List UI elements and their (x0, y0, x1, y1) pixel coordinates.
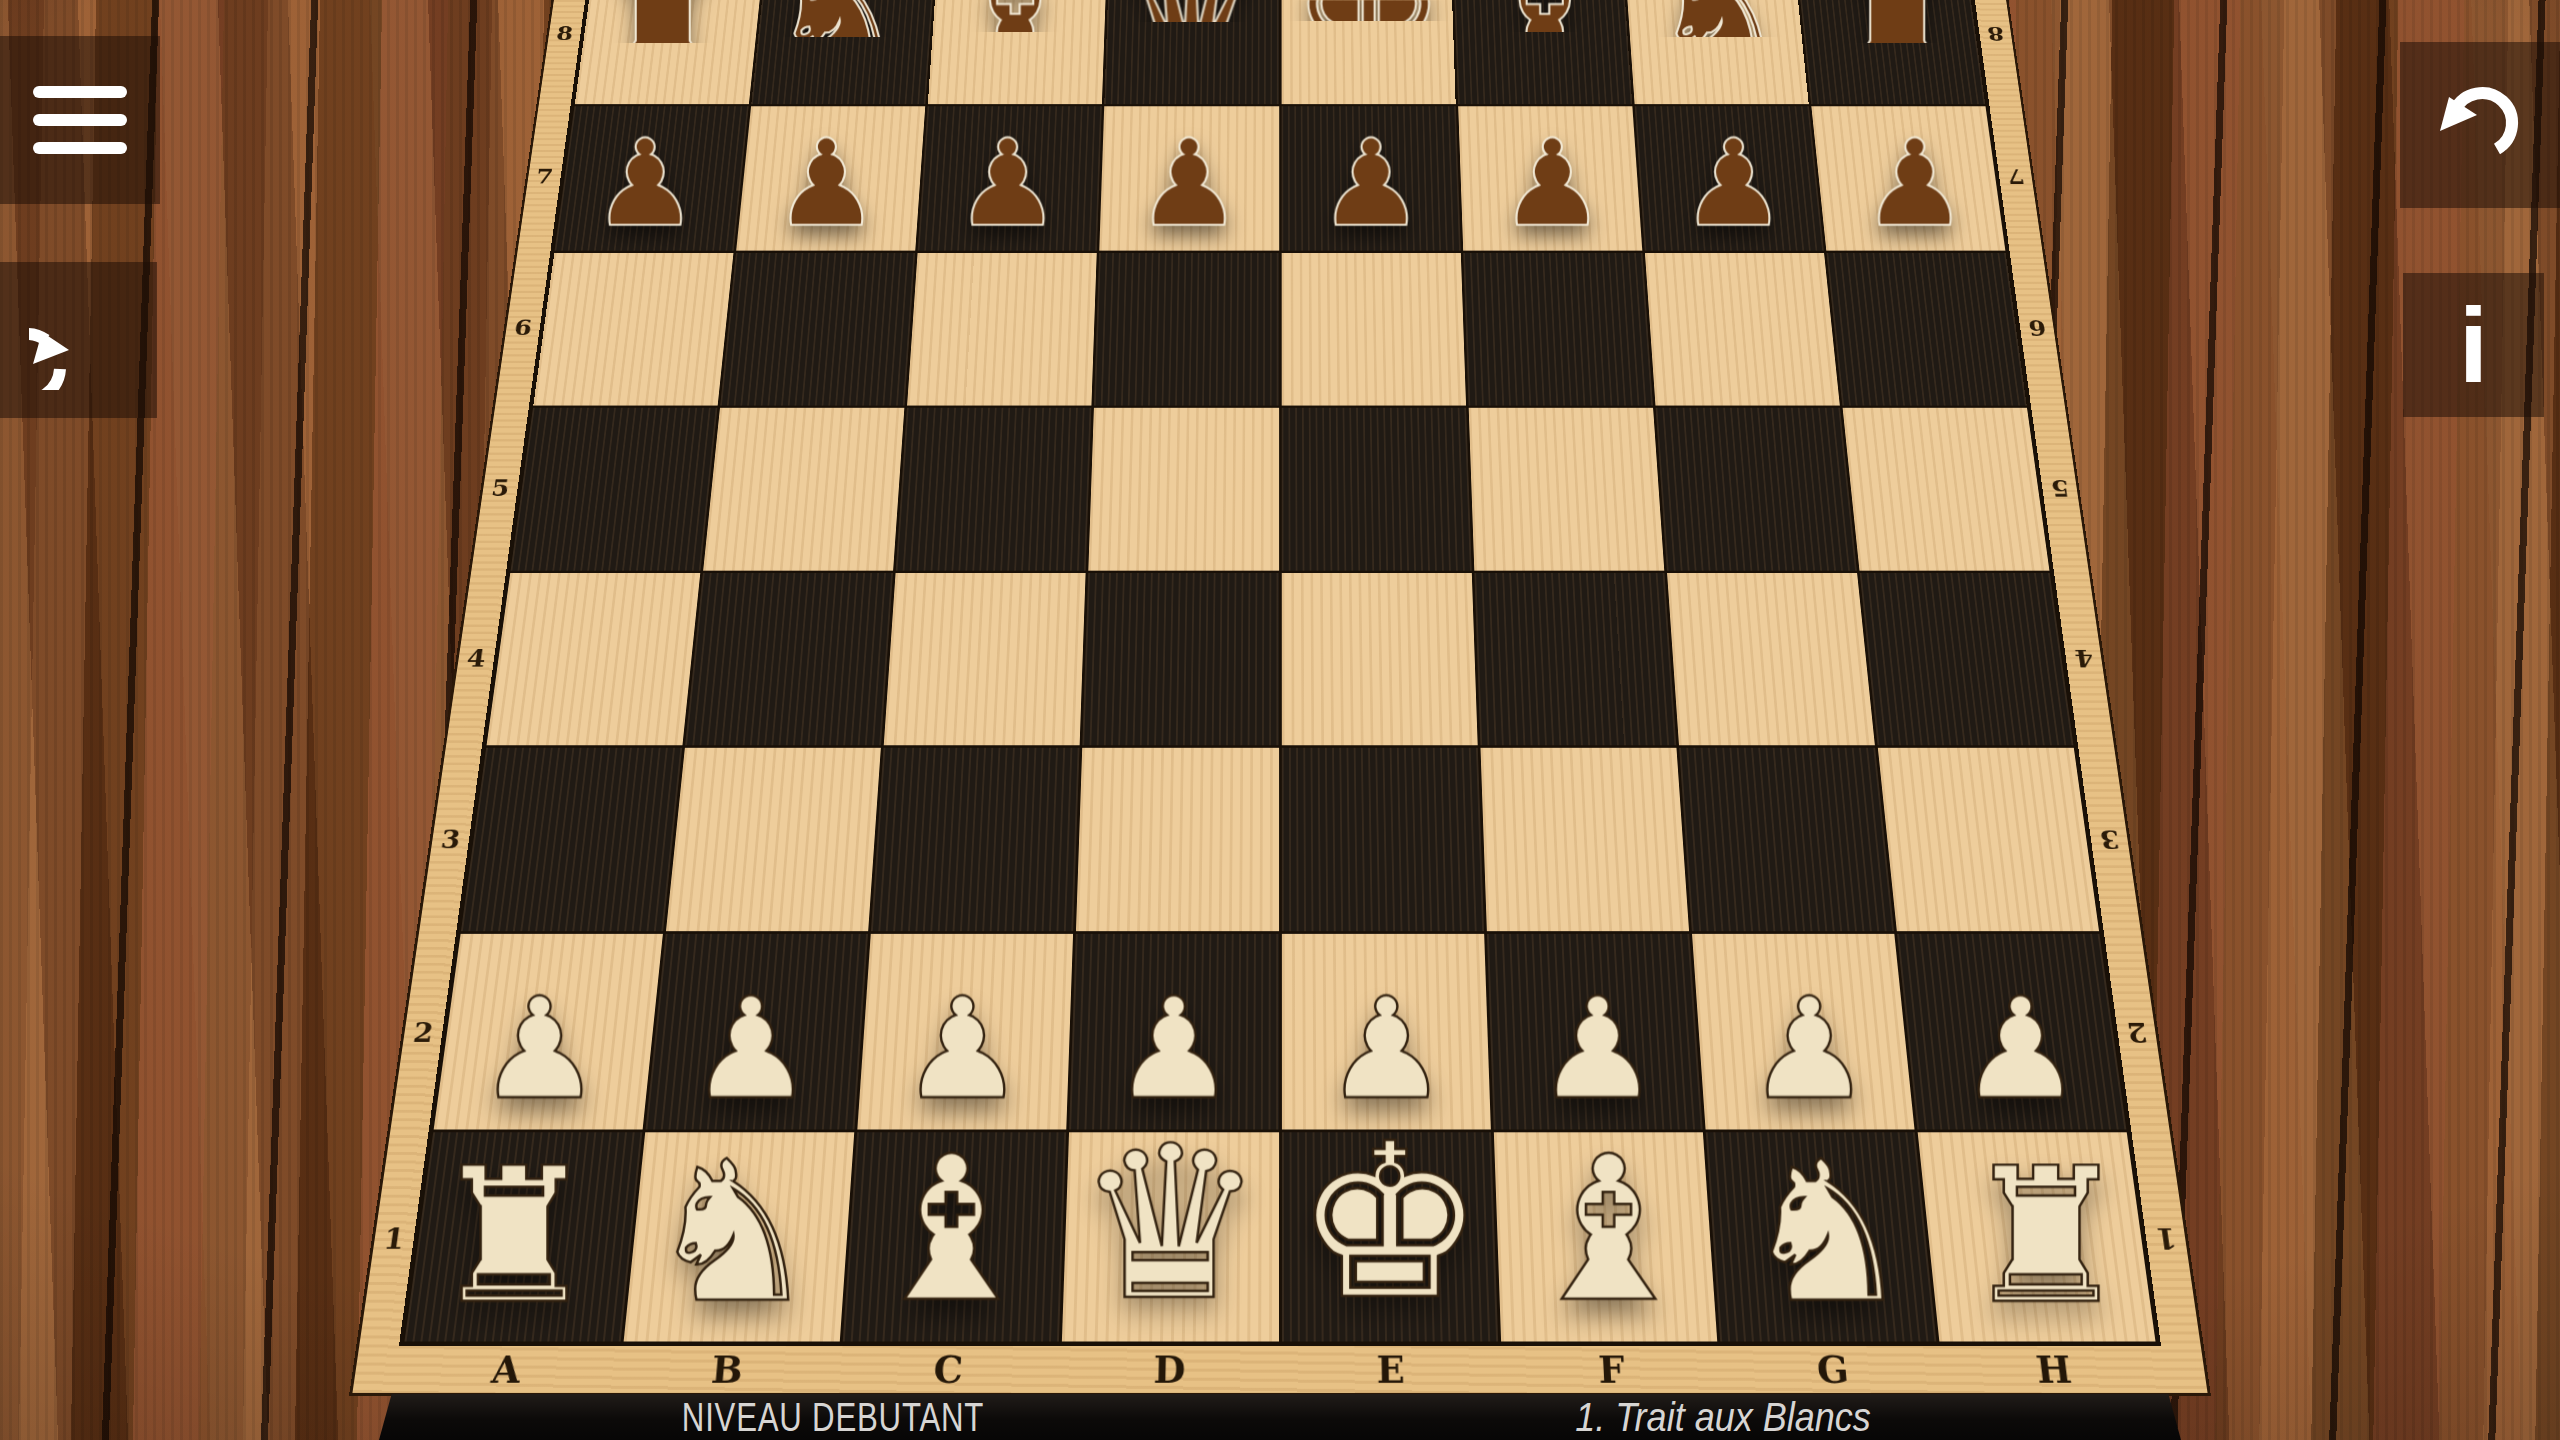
hamburger-menu-icon (33, 86, 127, 98)
piece-white-rook-h1[interactable]: ♜ (1938, 1143, 2154, 1329)
piece-white-pawn-c2[interactable]: ♟ (858, 978, 1067, 1118)
square-f1[interactable]: ♝ (1493, 1132, 1717, 1341)
turn-indicator: 1. Trait aux Blancs (1576, 1395, 1871, 1440)
square-c5[interactable] (896, 408, 1092, 570)
square-f5[interactable] (1468, 408, 1664, 570)
menu-button[interactable] (0, 36, 160, 204)
rank-label-left-5: 5 (490, 475, 512, 501)
piece-black-bishop-c8[interactable]: ♝ (929, 0, 1103, 97)
square-e3[interactable] (1281, 747, 1483, 931)
piece-black-knight-b8[interactable]: ♞ (752, 0, 926, 97)
square-g6[interactable] (1645, 253, 1840, 406)
info-button[interactable]: i (2403, 273, 2544, 417)
info-icon: i (2459, 292, 2488, 398)
chess-board: 87654321 ♜♞♝♛♚♝♞♜♟♟♟♟♟♟♟♟♟♟♟♟♟♟♟♟♜♞♝♛♚♝♞… (349, 0, 2211, 1396)
square-d1[interactable]: ♛ (1062, 1132, 1278, 1341)
piece-black-pawn-b7[interactable]: ♟ (737, 123, 916, 243)
square-h3[interactable] (1878, 747, 2099, 931)
square-a8[interactable]: ♜ (575, 0, 763, 104)
square-d4[interactable] (1083, 573, 1279, 745)
square-h6[interactable] (1826, 253, 2026, 406)
rotate-board-button[interactable] (0, 262, 157, 418)
piece-white-knight-b1[interactable]: ♞ (625, 1136, 841, 1330)
square-h2[interactable]: ♟ (1897, 934, 2126, 1130)
square-e8[interactable]: ♚ (1281, 0, 1455, 104)
rank-label-left-7: 7 (535, 164, 555, 187)
square-c3[interactable] (871, 747, 1080, 931)
rank-label-right-8: 8 (1985, 22, 2005, 44)
square-b6[interactable] (720, 253, 915, 406)
square-f8[interactable]: ♝ (1453, 0, 1632, 104)
square-c7[interactable]: ♟ (918, 106, 1102, 250)
square-e4[interactable] (1281, 573, 1477, 745)
square-e2[interactable]: ♟ (1281, 934, 1490, 1130)
square-a1[interactable]: ♜ (405, 1132, 643, 1341)
piece-black-queen-d8[interactable]: ♛ (1105, 0, 1279, 97)
piece-white-pawn-f2[interactable]: ♟ (1493, 978, 1702, 1118)
square-b4[interactable] (685, 573, 893, 745)
file-label-h: H (2034, 1347, 2074, 1391)
file-label-c: C (932, 1347, 964, 1391)
rank-label-right-4: 4 (2072, 644, 2094, 672)
rank-label-right-2: 2 (2124, 1016, 2148, 1048)
piece-white-bishop-f1[interactable]: ♝ (1500, 1130, 1716, 1330)
rank-label-left-8: 8 (555, 22, 575, 44)
rank-label-left-3: 3 (439, 824, 462, 854)
piece-black-pawn-h7[interactable]: ♟ (1825, 123, 2004, 243)
square-f6[interactable] (1463, 253, 1653, 406)
file-label-a: A (489, 1347, 523, 1391)
piece-black-rook-h8[interactable]: ♜ (1810, 0, 1984, 97)
rank-label-left-1: 1 (382, 1221, 407, 1255)
square-f2[interactable]: ♟ (1487, 934, 1703, 1130)
app-root: 87654321 ♜♞♝♛♚♝♞♜♟♟♟♟♟♟♟♟♟♟♟♟♟♟♟♟♜♞♝♛♚♝♞… (0, 0, 2560, 1440)
square-b3[interactable] (666, 747, 881, 931)
square-b2[interactable]: ♟ (646, 934, 869, 1130)
rank-label-right-5: 5 (2049, 475, 2071, 501)
piece-black-pawn-a7[interactable]: ♟ (556, 123, 735, 243)
square-f4[interactable] (1474, 573, 1676, 745)
square-h7[interactable]: ♟ (1811, 106, 2005, 250)
board-front-face: NIVEAU DEBUTANT 1. Trait aux Blancs (379, 1394, 2181, 1440)
file-label-f: F (1597, 1347, 1625, 1391)
square-d5[interactable] (1089, 408, 1279, 570)
file-labels: ABCDEFGH (392, 1346, 2167, 1392)
piece-black-knight-g8[interactable]: ♞ (1634, 0, 1808, 97)
square-g7[interactable]: ♟ (1635, 106, 1824, 250)
square-g2[interactable]: ♟ (1692, 934, 1915, 1130)
piece-black-rook-a8[interactable]: ♜ (576, 0, 750, 97)
square-b7[interactable]: ♟ (736, 106, 925, 250)
square-a3[interactable] (461, 747, 682, 931)
square-d7[interactable]: ♟ (1100, 106, 1279, 250)
piece-white-bishop-c1[interactable]: ♝ (844, 1130, 1060, 1330)
square-a4[interactable] (487, 573, 701, 745)
square-f3[interactable] (1480, 747, 1689, 931)
square-e5[interactable] (1281, 408, 1471, 570)
rank-labels-right: 87654321 (1970, 0, 2201, 1346)
square-a2[interactable]: ♟ (434, 934, 663, 1130)
piece-black-pawn-c7[interactable]: ♟ (918, 123, 1097, 243)
square-a5[interactable] (511, 408, 718, 570)
square-h8[interactable]: ♜ (1797, 0, 1985, 104)
square-d3[interactable] (1076, 747, 1278, 931)
piece-white-pawn-e2[interactable]: ♟ (1281, 978, 1490, 1118)
square-b8[interactable]: ♞ (751, 0, 935, 104)
square-b1[interactable]: ♞ (624, 1132, 855, 1341)
file-label-b: B (710, 1347, 745, 1391)
piece-white-pawn-h2[interactable]: ♟ (1916, 978, 2125, 1118)
square-c8[interactable]: ♝ (928, 0, 1107, 104)
square-c6[interactable] (907, 253, 1097, 406)
file-label-d: D (1153, 1347, 1186, 1391)
square-c4[interactable] (884, 573, 1086, 745)
square-g8[interactable]: ♞ (1625, 0, 1809, 104)
piece-white-pawn-a2[interactable]: ♟ (435, 978, 644, 1118)
square-d8[interactable]: ♛ (1105, 0, 1279, 104)
rotate-counterclockwise-icon (29, 290, 129, 390)
square-d2[interactable]: ♟ (1070, 934, 1279, 1130)
rank-label-left-4: 4 (465, 644, 487, 672)
file-label-e: E (1376, 1347, 1405, 1391)
rank-label-right-6: 6 (2026, 315, 2047, 340)
piece-black-king-e8[interactable]: ♚ (1281, 0, 1455, 97)
rank-labels-left: 87654321 (359, 0, 590, 1346)
rank-label-right-3: 3 (2098, 824, 2121, 854)
piece-white-pawn-g2[interactable]: ♟ (1705, 978, 1914, 1118)
piece-white-rook-a1[interactable]: ♜ (406, 1143, 622, 1329)
undo-button[interactable] (2400, 42, 2560, 208)
undo-arrow-icon (2430, 75, 2530, 175)
square-e6[interactable] (1281, 253, 1465, 406)
board-scene: 87654321 ♜♞♝♛♚♝♞♜♟♟♟♟♟♟♟♟♟♟♟♟♟♟♟♟♜♞♝♛♚♝♞… (0, 0, 2560, 1440)
square-c2[interactable]: ♟ (858, 934, 1074, 1130)
square-a7[interactable]: ♟ (555, 106, 749, 250)
piece-white-pawn-d2[interactable]: ♟ (1070, 978, 1279, 1118)
square-f7[interactable]: ♟ (1458, 106, 1642, 250)
piece-black-pawn-d7[interactable]: ♟ (1100, 123, 1279, 243)
square-g1[interactable]: ♞ (1706, 1132, 1937, 1341)
square-h1[interactable]: ♜ (1918, 1132, 2156, 1341)
square-g4[interactable] (1667, 573, 1875, 745)
piece-black-pawn-f7[interactable]: ♟ (1463, 123, 1642, 243)
rank-label-left-6: 6 (513, 315, 534, 340)
rank-label-right-1: 1 (2153, 1221, 2178, 1255)
square-c1[interactable]: ♝ (843, 1132, 1067, 1341)
piece-white-king-e1[interactable]: ♚ (1281, 1116, 1497, 1330)
square-b5[interactable] (703, 408, 904, 570)
piece-black-pawn-g7[interactable]: ♟ (1644, 123, 1823, 243)
piece-white-queen-d1[interactable]: ♛ (1063, 1118, 1279, 1330)
square-e1[interactable]: ♚ (1281, 1132, 1497, 1341)
rank-label-left-2: 2 (411, 1016, 435, 1048)
square-d6[interactable] (1094, 253, 1278, 406)
file-label-g: G (1815, 1347, 1850, 1391)
square-h5[interactable] (1842, 408, 2049, 570)
board-squares: ♜♞♝♛♚♝♞♜♟♟♟♟♟♟♟♟♟♟♟♟♟♟♟♟♜♞♝♛♚♝♞♜ (399, 0, 2161, 1346)
rank-label-right-7: 7 (2005, 164, 2025, 187)
piece-white-pawn-b2[interactable]: ♟ (647, 978, 856, 1118)
level-label: NIVEAU DEBUTANT (682, 1395, 984, 1440)
square-a6[interactable] (533, 253, 733, 406)
piece-black-pawn-e7[interactable]: ♟ (1281, 123, 1460, 243)
square-e7[interactable]: ♟ (1281, 106, 1460, 250)
piece-black-bishop-f8[interactable]: ♝ (1458, 0, 1632, 97)
square-h4[interactable] (1860, 573, 2074, 745)
piece-white-knight-g1[interactable]: ♞ (1719, 1136, 1935, 1330)
board-frame: 87654321 ♜♞♝♛♚♝♞♜♟♟♟♟♟♟♟♟♟♟♟♟♟♟♟♟♜♞♝♛♚♝♞… (349, 0, 2211, 1396)
square-g5[interactable] (1655, 408, 1856, 570)
square-g3[interactable] (1679, 747, 1894, 931)
